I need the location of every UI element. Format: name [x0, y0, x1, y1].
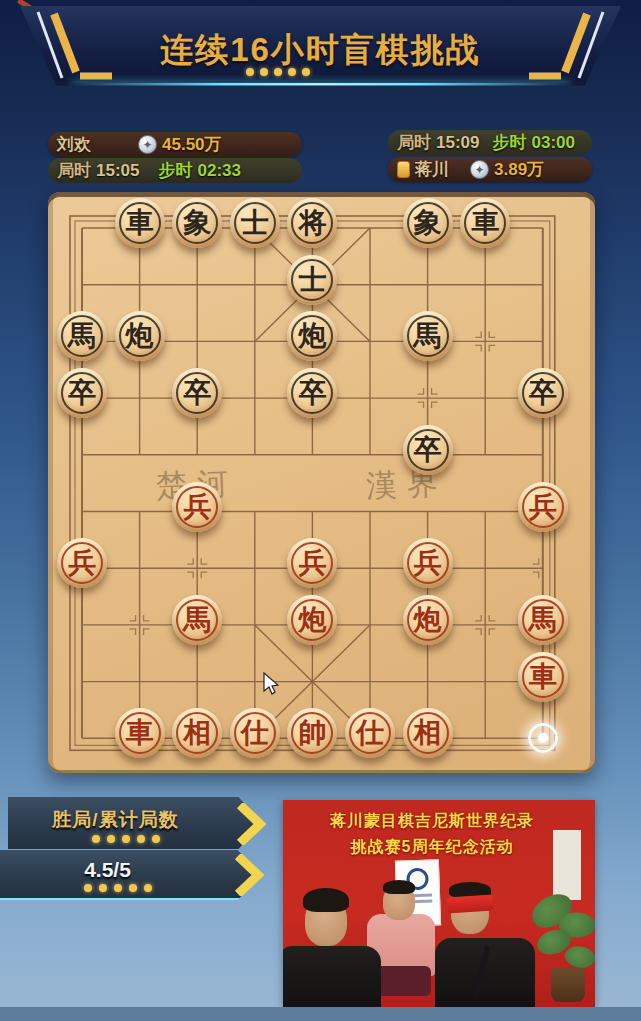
piece-red-炮[interactable]: 炮: [287, 595, 337, 645]
player-right-coins: 3.89万: [494, 158, 544, 181]
mouse-cursor-icon: [262, 672, 282, 696]
red-blindfold: [446, 894, 493, 913]
move-time-label: 步时: [492, 131, 526, 154]
move-time-label: 步时: [158, 159, 192, 182]
piece-black-卒[interactable]: 卒: [518, 368, 568, 418]
piece-black-象[interactable]: 象: [172, 198, 222, 248]
coin-icon: [470, 160, 489, 179]
piece-red-仕[interactable]: 仕: [230, 708, 280, 758]
rank-badge-icon: [397, 161, 410, 178]
piece-red-仕[interactable]: 仕: [345, 708, 395, 758]
piece-red-馬[interactable]: 馬: [172, 595, 222, 645]
player-left-name: 刘欢: [57, 133, 91, 156]
banner-glow-edge: [72, 83, 569, 86]
piece-red-馬[interactable]: 馬: [518, 595, 568, 645]
piece-black-車[interactable]: 車: [460, 198, 510, 248]
player-right-time-bar: 局时 15:09 步时 03:00: [388, 130, 592, 155]
game-time-label: 局时: [57, 159, 91, 182]
piece-red-炮[interactable]: 炮: [403, 595, 453, 645]
last-move-origin-marker: [528, 723, 558, 753]
stats-value: 4.5/5: [0, 858, 215, 882]
piece-red-車[interactable]: 車: [115, 708, 165, 758]
game-time-label: 局时: [397, 131, 431, 154]
chevron-icon: [234, 803, 268, 845]
piece-red-兵[interactable]: 兵: [403, 538, 453, 588]
piece-black-卒[interactable]: 卒: [57, 368, 107, 418]
stats-label-banner: 胜局/累计局数: [8, 797, 270, 849]
stats-label: 胜局/累计局数: [8, 807, 223, 833]
app-screen: 连续16小时盲棋挑战 刘欢 45.50万 局时 15:05 步时 02:33 局…: [0, 0, 641, 1021]
piece-red-兵[interactable]: 兵: [518, 482, 568, 532]
xiangqi-board[interactable]: 楚河 漢界 車象士将象車士馬炮炮馬卒卒卒卒卒兵兵兵兵兵馬炮炮馬車車相仕帥仕相: [48, 192, 595, 773]
move-time-value: 03:00: [531, 133, 574, 153]
player-left-name-bar: 刘欢 45.50万: [48, 132, 302, 157]
piece-red-相[interactable]: 相: [403, 708, 453, 758]
piece-black-卒[interactable]: 卒: [172, 368, 222, 418]
player-left-coins: 45.50万: [162, 133, 222, 156]
banner-dots: [246, 68, 316, 76]
bottom-strip: [0, 1007, 641, 1021]
video-frame[interactable]: 蒋川蒙目棋吉尼斯世界纪录 挑战赛5周年纪念活动: [283, 800, 595, 1007]
coin-icon: [138, 135, 157, 154]
video-caption-2: 挑战赛5周年纪念活动: [283, 837, 581, 858]
player-left-time-bar: 局时 15:05 步时 02:33: [48, 158, 302, 183]
piece-red-兵[interactable]: 兵: [57, 538, 107, 588]
piece-black-馬[interactable]: 馬: [403, 311, 453, 361]
stats-value-banner: 4.5/5: [0, 850, 270, 900]
player-right-name-bar: 蒋川 3.89万: [388, 157, 592, 182]
move-time-value: 02:33: [197, 161, 240, 181]
chevron-icon: [232, 854, 266, 896]
piece-black-士[interactable]: 士: [230, 198, 280, 248]
page-title: 连续16小时盲棋挑战: [20, 28, 621, 73]
video-caption-1: 蒋川蒙目棋吉尼斯世界纪录: [283, 811, 581, 832]
piece-black-士[interactable]: 士: [287, 255, 337, 305]
piece-black-炮[interactable]: 炮: [115, 311, 165, 361]
piece-black-象[interactable]: 象: [403, 198, 453, 248]
title-banner: 连续16小时盲棋挑战: [20, 6, 621, 88]
game-time-value: 15:05: [96, 161, 139, 181]
piece-black-卒[interactable]: 卒: [403, 425, 453, 475]
player-right-name: 蒋川: [415, 158, 449, 181]
stats-dots: [92, 835, 160, 843]
piece-red-車[interactable]: 車: [518, 652, 568, 702]
piece-red-兵[interactable]: 兵: [172, 482, 222, 532]
stats-dots: [84, 884, 152, 892]
game-time-value: 15:09: [436, 133, 479, 153]
piece-black-車[interactable]: 車: [115, 198, 165, 248]
